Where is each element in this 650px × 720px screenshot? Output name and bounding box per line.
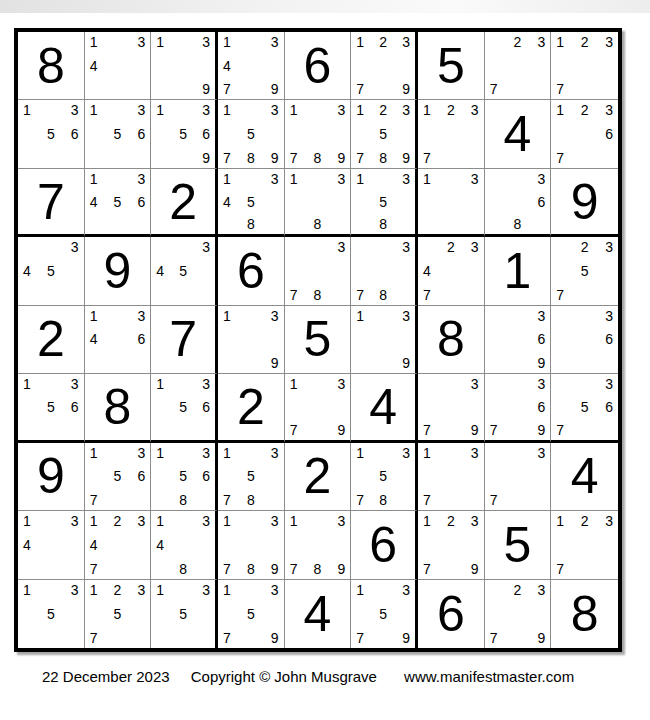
cell-r5c5: 5 bbox=[285, 306, 352, 374]
candidate-5: 5 bbox=[242, 603, 261, 624]
candidate-7: 7 bbox=[490, 76, 509, 96]
cell-r2c6: 1235789 bbox=[351, 100, 418, 168]
candidate-3: 3 bbox=[327, 240, 346, 260]
cell-r7c8: 37 bbox=[485, 443, 552, 511]
candidate-9: 9 bbox=[392, 76, 410, 96]
given-digit: 9 bbox=[104, 246, 132, 296]
puzzle-date: 22 December 2023 bbox=[42, 668, 170, 685]
candidate-6: 6 bbox=[192, 124, 210, 144]
cell-r6c7: 379 bbox=[418, 374, 485, 442]
candidate-7: 7 bbox=[423, 555, 442, 575]
pencil-marks: 2357 bbox=[551, 237, 618, 304]
candidate-2: 2 bbox=[442, 103, 461, 123]
candidate-1: 1 bbox=[223, 172, 242, 192]
candidate-5: 5 bbox=[374, 192, 392, 212]
candidate-3: 3 bbox=[460, 446, 479, 466]
cell-r6c9: 3567 bbox=[551, 374, 618, 442]
candidate-1: 1 bbox=[23, 583, 42, 604]
candidate-9: 9 bbox=[192, 144, 210, 164]
given-digit: 6 bbox=[437, 589, 465, 639]
candidate-1: 1 bbox=[356, 309, 374, 329]
candidate-1: 1 bbox=[290, 514, 309, 534]
candidate-3: 3 bbox=[594, 103, 613, 123]
candidate-3: 3 bbox=[460, 377, 479, 397]
pencil-marks: 345 bbox=[18, 237, 84, 304]
pencil-marks: 12357 bbox=[85, 580, 151, 648]
candidate-5: 5 bbox=[174, 466, 192, 486]
cell-r7c3: 13568 bbox=[151, 443, 218, 511]
website-url: www.manifestmaster.com bbox=[404, 668, 574, 685]
candidate-8: 8 bbox=[242, 487, 261, 507]
candidate-3: 3 bbox=[327, 514, 346, 534]
cell-r1c6: 12379 bbox=[351, 32, 418, 100]
pencil-marks: 369 bbox=[485, 306, 551, 373]
pencil-marks: 12379 bbox=[418, 511, 484, 578]
candidate-5: 5 bbox=[174, 603, 192, 624]
cell-r2c2: 1356 bbox=[85, 100, 152, 168]
candidate-8: 8 bbox=[374, 487, 392, 507]
pencil-marks: 135 bbox=[18, 580, 84, 648]
pencil-marks: 137 bbox=[418, 443, 484, 510]
candidate-4: 4 bbox=[156, 261, 174, 281]
cell-r5c2: 1346 bbox=[85, 306, 152, 374]
cell-r5c7: 8 bbox=[418, 306, 485, 374]
given-digit: 2 bbox=[37, 314, 65, 364]
candidate-3: 3 bbox=[260, 35, 279, 55]
cell-r4c7: 2347 bbox=[418, 237, 485, 305]
pencil-marks: 13789 bbox=[285, 511, 351, 578]
candidate-3: 3 bbox=[60, 240, 79, 260]
candidate-3: 3 bbox=[192, 583, 210, 604]
given-digit: 5 bbox=[304, 314, 332, 364]
candidate-8: 8 bbox=[374, 212, 392, 232]
pencil-marks: 1346 bbox=[85, 306, 151, 373]
candidate-5: 5 bbox=[174, 397, 192, 417]
candidate-2: 2 bbox=[374, 103, 392, 123]
given-digit: 8 bbox=[104, 382, 132, 432]
cell-r8c8: 5 bbox=[485, 511, 552, 579]
candidate-7: 7 bbox=[90, 624, 109, 645]
candidate-7: 7 bbox=[223, 555, 242, 575]
candidate-3: 3 bbox=[392, 240, 410, 260]
pencil-marks: 378 bbox=[351, 237, 415, 304]
given-digit: 2 bbox=[304, 451, 332, 501]
candidate-1: 1 bbox=[423, 172, 442, 192]
cell-r1c9: 1237 bbox=[551, 32, 618, 100]
candidate-3: 3 bbox=[594, 35, 613, 55]
pencil-marks: 13458 bbox=[218, 169, 284, 234]
candidate-6: 6 bbox=[192, 466, 210, 486]
candidate-3: 3 bbox=[460, 514, 479, 534]
candidate-6: 6 bbox=[127, 124, 146, 144]
candidate-7: 7 bbox=[356, 281, 374, 301]
pencil-marks: 13567 bbox=[85, 443, 151, 510]
cell-r5c4: 139 bbox=[218, 306, 285, 374]
candidate-3: 3 bbox=[127, 35, 146, 55]
candidate-8: 8 bbox=[308, 281, 327, 301]
candidate-7: 7 bbox=[356, 76, 374, 96]
cell-r5c1: 2 bbox=[18, 306, 85, 374]
cell-r9c9: 8 bbox=[551, 580, 618, 648]
cell-r2c8: 4 bbox=[485, 100, 552, 168]
window-top-bar bbox=[0, 0, 650, 13]
candidate-4: 4 bbox=[90, 535, 109, 555]
candidate-7: 7 bbox=[556, 417, 575, 437]
given-digit: 7 bbox=[37, 177, 65, 227]
cell-r2c7: 1237 bbox=[418, 100, 485, 168]
candidate-5: 5 bbox=[42, 124, 61, 144]
candidate-8: 8 bbox=[308, 555, 327, 575]
candidate-3: 3 bbox=[527, 377, 546, 397]
candidate-7: 7 bbox=[423, 281, 442, 301]
candidate-3: 3 bbox=[327, 103, 346, 123]
cell-r7c5: 2 bbox=[285, 443, 352, 511]
cell-r5c6: 139 bbox=[351, 306, 418, 374]
candidate-7: 7 bbox=[356, 144, 374, 164]
candidate-3: 3 bbox=[594, 377, 613, 397]
candidate-3: 3 bbox=[260, 103, 279, 123]
candidate-1: 1 bbox=[23, 103, 42, 123]
pencil-marks: 1379 bbox=[285, 374, 351, 439]
candidate-5: 5 bbox=[42, 397, 61, 417]
cell-r9c5: 4 bbox=[285, 580, 352, 648]
candidate-3: 3 bbox=[127, 583, 146, 604]
candidate-1: 1 bbox=[90, 172, 109, 192]
candidate-7: 7 bbox=[490, 487, 509, 507]
candidate-1: 1 bbox=[423, 103, 442, 123]
pencil-marks: 2347 bbox=[418, 237, 484, 304]
candidate-6: 6 bbox=[594, 329, 613, 349]
candidate-5: 5 bbox=[242, 124, 261, 144]
candidate-5: 5 bbox=[374, 466, 392, 486]
candidate-3: 3 bbox=[594, 309, 613, 329]
pencil-marks: 139 bbox=[151, 32, 215, 99]
cell-r6c1: 1356 bbox=[18, 374, 85, 442]
pencil-marks: 13789 bbox=[285, 100, 351, 167]
candidate-4: 4 bbox=[90, 192, 109, 212]
candidate-3: 3 bbox=[392, 583, 410, 604]
candidate-3: 3 bbox=[192, 377, 210, 397]
pencil-marks: 368 bbox=[485, 169, 551, 234]
candidate-3: 3 bbox=[127, 514, 146, 534]
pencil-marks: 345 bbox=[151, 237, 215, 304]
cell-r3c2: 13456 bbox=[85, 169, 152, 237]
candidate-7: 7 bbox=[90, 487, 109, 507]
candidate-9: 9 bbox=[192, 76, 210, 96]
candidate-8: 8 bbox=[308, 144, 327, 164]
candidate-4: 4 bbox=[90, 55, 109, 75]
candidate-1: 1 bbox=[223, 35, 242, 55]
candidate-1: 1 bbox=[156, 446, 174, 466]
cell-r8c7: 12379 bbox=[418, 511, 485, 579]
candidate-5: 5 bbox=[174, 124, 192, 144]
cell-r6c3: 1356 bbox=[151, 374, 218, 442]
candidate-3: 3 bbox=[392, 35, 410, 55]
given-digit: 9 bbox=[37, 451, 65, 501]
candidate-6: 6 bbox=[527, 329, 546, 349]
pencil-marks: 1356 bbox=[18, 374, 84, 439]
candidate-2: 2 bbox=[108, 514, 127, 534]
candidate-1: 1 bbox=[423, 514, 442, 534]
cell-r4c6: 378 bbox=[351, 237, 418, 305]
candidate-2: 2 bbox=[442, 240, 461, 260]
candidate-1: 1 bbox=[423, 446, 442, 466]
candidate-3: 3 bbox=[127, 172, 146, 192]
candidate-1: 1 bbox=[90, 446, 109, 466]
candidate-3: 3 bbox=[260, 583, 279, 604]
candidate-3: 3 bbox=[260, 446, 279, 466]
candidate-3: 3 bbox=[127, 446, 146, 466]
candidate-7: 7 bbox=[223, 76, 242, 96]
cell-r2c4: 135789 bbox=[218, 100, 285, 168]
given-digit: 4 bbox=[571, 451, 599, 501]
cell-r8c2: 12347 bbox=[85, 511, 152, 579]
candidate-1: 1 bbox=[90, 514, 109, 534]
candidate-1: 1 bbox=[156, 35, 174, 55]
candidate-9: 9 bbox=[460, 417, 479, 437]
candidate-4: 4 bbox=[23, 535, 42, 555]
candidate-2: 2 bbox=[442, 514, 461, 534]
candidate-9: 9 bbox=[260, 76, 279, 96]
candidate-3: 3 bbox=[192, 240, 210, 260]
pencil-marks: 1235789 bbox=[351, 100, 415, 167]
candidate-3: 3 bbox=[460, 172, 479, 192]
candidate-7: 7 bbox=[423, 417, 442, 437]
candidate-3: 3 bbox=[327, 377, 346, 397]
candidate-1: 1 bbox=[23, 514, 42, 534]
candidate-8: 8 bbox=[242, 212, 261, 232]
candidate-7: 7 bbox=[290, 555, 309, 575]
candidate-9: 9 bbox=[392, 350, 410, 370]
candidate-6: 6 bbox=[127, 192, 146, 212]
candidate-1: 1 bbox=[290, 377, 309, 397]
cell-r3c5: 138 bbox=[285, 169, 352, 237]
candidate-3: 3 bbox=[594, 514, 613, 534]
given-digit: 6 bbox=[237, 246, 265, 296]
given-digit: 5 bbox=[504, 520, 532, 570]
cell-r4c2: 9 bbox=[85, 237, 152, 305]
candidate-1: 1 bbox=[290, 172, 309, 192]
candidate-8: 8 bbox=[374, 281, 392, 301]
cell-r5c3: 7 bbox=[151, 306, 218, 374]
pencil-marks: 1237 bbox=[551, 511, 618, 578]
candidate-1: 1 bbox=[90, 35, 109, 55]
pencil-marks: 3567 bbox=[551, 374, 618, 439]
candidate-5: 5 bbox=[374, 124, 392, 144]
copyright-text: Copyright © John Musgrave bbox=[191, 668, 377, 685]
pencil-marks: 12379 bbox=[351, 32, 415, 99]
candidate-3: 3 bbox=[392, 172, 410, 192]
candidate-1: 1 bbox=[556, 35, 575, 55]
cell-r8c5: 13789 bbox=[285, 511, 352, 579]
cell-r2c1: 1356 bbox=[18, 100, 85, 168]
cell-r1c4: 13479 bbox=[218, 32, 285, 100]
candidate-8: 8 bbox=[374, 144, 392, 164]
candidate-3: 3 bbox=[392, 309, 410, 329]
cell-r7c9: 4 bbox=[551, 443, 618, 511]
sudoku-board: 8134139134796123795237123713561356135691… bbox=[14, 28, 622, 652]
pencil-marks: 1348 bbox=[151, 511, 215, 578]
cell-r9c8: 2379 bbox=[485, 580, 552, 648]
pencil-marks: 36 bbox=[551, 306, 618, 373]
candidate-8: 8 bbox=[242, 555, 261, 575]
candidate-9: 9 bbox=[392, 144, 410, 164]
candidate-6: 6 bbox=[60, 397, 79, 417]
candidate-3: 3 bbox=[192, 446, 210, 466]
pencil-marks: 13456 bbox=[85, 169, 151, 234]
candidate-4: 4 bbox=[223, 55, 242, 75]
candidate-9: 9 bbox=[527, 350, 546, 370]
candidate-9: 9 bbox=[527, 417, 546, 437]
pencil-marks: 13 bbox=[418, 169, 484, 234]
pencil-marks: 135 bbox=[151, 580, 215, 648]
candidate-1: 1 bbox=[356, 172, 374, 192]
cell-r6c4: 2 bbox=[218, 374, 285, 442]
candidate-3: 3 bbox=[327, 172, 346, 192]
candidate-1: 1 bbox=[223, 446, 242, 466]
cell-r3c4: 13458 bbox=[218, 169, 285, 237]
pencil-marks: 13479 bbox=[218, 32, 284, 99]
candidate-8: 8 bbox=[174, 487, 192, 507]
candidate-5: 5 bbox=[42, 603, 61, 624]
candidate-7: 7 bbox=[356, 624, 374, 645]
pencil-marks: 2379 bbox=[485, 580, 551, 648]
candidate-6: 6 bbox=[192, 397, 210, 417]
candidate-7: 7 bbox=[223, 144, 242, 164]
pencil-marks: 13789 bbox=[218, 511, 284, 578]
cell-r5c8: 369 bbox=[485, 306, 552, 374]
candidate-1: 1 bbox=[356, 583, 374, 604]
candidate-7: 7 bbox=[556, 281, 575, 301]
pencil-marks: 1358 bbox=[351, 169, 415, 234]
cell-r1c5: 6 bbox=[285, 32, 352, 100]
cell-r7c1: 9 bbox=[18, 443, 85, 511]
given-digit: 8 bbox=[37, 41, 65, 91]
candidate-9: 9 bbox=[260, 144, 279, 164]
candidate-5: 5 bbox=[242, 192, 261, 212]
candidate-1: 1 bbox=[223, 309, 242, 329]
pencil-marks: 1237 bbox=[418, 100, 484, 167]
pencil-marks: 138 bbox=[285, 169, 351, 234]
candidate-3: 3 bbox=[392, 103, 410, 123]
cell-r1c1: 8 bbox=[18, 32, 85, 100]
candidate-1: 1 bbox=[356, 446, 374, 466]
cell-r3c1: 7 bbox=[18, 169, 85, 237]
candidate-9: 9 bbox=[327, 417, 346, 437]
candidate-1: 1 bbox=[23, 377, 42, 397]
pencil-marks: 134 bbox=[18, 511, 84, 578]
pencil-marks: 134 bbox=[85, 32, 151, 99]
pencil-marks: 139 bbox=[218, 306, 284, 373]
candidate-2: 2 bbox=[575, 35, 594, 55]
candidate-1: 1 bbox=[156, 514, 174, 534]
candidate-3: 3 bbox=[260, 172, 279, 192]
cell-r9c7: 6 bbox=[418, 580, 485, 648]
candidate-3: 3 bbox=[594, 240, 613, 260]
cell-r1c3: 139 bbox=[151, 32, 218, 100]
pencil-marks: 3679 bbox=[485, 374, 551, 439]
pencil-marks: 379 bbox=[418, 374, 484, 439]
given-digit: 8 bbox=[571, 589, 599, 639]
pencil-marks: 1356 bbox=[151, 374, 215, 439]
pencil-marks: 37 bbox=[485, 443, 551, 510]
candidate-7: 7 bbox=[556, 144, 575, 164]
cell-r3c6: 1358 bbox=[351, 169, 418, 237]
candidate-3: 3 bbox=[192, 103, 210, 123]
pencil-marks: 13578 bbox=[351, 443, 415, 510]
candidate-1: 1 bbox=[356, 35, 374, 55]
candidate-9: 9 bbox=[260, 350, 279, 370]
candidate-7: 7 bbox=[290, 417, 309, 437]
pencil-marks: 13568 bbox=[151, 443, 215, 510]
candidate-2: 2 bbox=[575, 103, 594, 123]
candidate-9: 9 bbox=[327, 555, 346, 575]
given-digit: 9 bbox=[571, 177, 599, 227]
candidate-3: 3 bbox=[127, 309, 146, 329]
cell-r1c7: 5 bbox=[418, 32, 485, 100]
pencil-marks: 378 bbox=[285, 237, 351, 304]
pencil-marks: 13578 bbox=[218, 443, 284, 510]
candidate-9: 9 bbox=[260, 624, 279, 645]
cell-r6c6: 4 bbox=[351, 374, 418, 442]
cell-r8c6: 6 bbox=[351, 511, 418, 579]
given-digit: 1 bbox=[504, 246, 532, 296]
footer: 22 December 2023 Copyright © John Musgra… bbox=[42, 668, 574, 685]
candidate-6: 6 bbox=[127, 466, 146, 486]
candidate-9: 9 bbox=[392, 624, 410, 645]
candidate-9: 9 bbox=[460, 555, 479, 575]
given-digit: 6 bbox=[369, 520, 397, 570]
candidate-4: 4 bbox=[156, 535, 174, 555]
cell-r1c2: 134 bbox=[85, 32, 152, 100]
candidate-6: 6 bbox=[127, 329, 146, 349]
given-digit: 4 bbox=[369, 382, 397, 432]
cell-r6c2: 8 bbox=[85, 374, 152, 442]
candidate-2: 2 bbox=[108, 583, 127, 604]
candidate-2: 2 bbox=[575, 514, 594, 534]
given-digit: 4 bbox=[504, 109, 532, 159]
candidate-3: 3 bbox=[460, 240, 479, 260]
candidate-4: 4 bbox=[23, 261, 42, 281]
cell-r7c4: 13578 bbox=[218, 443, 285, 511]
pencil-marks: 1237 bbox=[551, 32, 618, 99]
candidate-7: 7 bbox=[490, 624, 509, 645]
cell-r7c6: 13578 bbox=[351, 443, 418, 511]
pencil-marks: 12347 bbox=[85, 511, 151, 578]
candidate-3: 3 bbox=[392, 446, 410, 466]
given-digit: 2 bbox=[237, 382, 265, 432]
cell-r2c3: 13569 bbox=[151, 100, 218, 168]
candidate-5: 5 bbox=[108, 603, 127, 624]
cell-r9c1: 135 bbox=[18, 580, 85, 648]
candidate-1: 1 bbox=[90, 309, 109, 329]
candidate-3: 3 bbox=[527, 309, 546, 329]
candidate-5: 5 bbox=[108, 192, 127, 212]
cell-r6c8: 3679 bbox=[485, 374, 552, 442]
candidate-7: 7 bbox=[223, 487, 242, 507]
candidate-7: 7 bbox=[223, 624, 242, 645]
candidate-5: 5 bbox=[174, 261, 192, 281]
candidate-4: 4 bbox=[90, 329, 109, 349]
candidate-3: 3 bbox=[192, 35, 210, 55]
candidate-7: 7 bbox=[556, 76, 575, 96]
cell-r8c9: 1237 bbox=[551, 511, 618, 579]
candidate-2: 2 bbox=[508, 583, 527, 604]
given-digit: 4 bbox=[304, 589, 332, 639]
cell-r9c3: 135 bbox=[151, 580, 218, 648]
candidate-7: 7 bbox=[556, 555, 575, 575]
candidate-1: 1 bbox=[90, 583, 109, 604]
